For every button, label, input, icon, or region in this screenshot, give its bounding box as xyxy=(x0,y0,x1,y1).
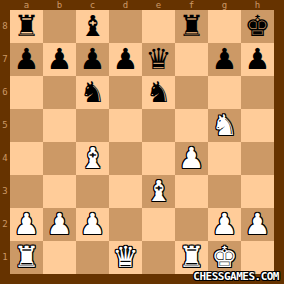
square-b2[interactable]: ♟ xyxy=(43,208,76,241)
square-c8[interactable]: ♝ xyxy=(76,10,109,43)
square-d6[interactable] xyxy=(109,76,142,109)
black-pawn: ♟ xyxy=(80,43,106,76)
square-b8[interactable] xyxy=(43,10,76,43)
square-a6[interactable] xyxy=(10,76,43,109)
square-g8[interactable] xyxy=(208,10,241,43)
white-pawn: ♟ xyxy=(47,208,73,241)
black-knight: ♞ xyxy=(80,76,106,109)
square-f7[interactable] xyxy=(175,43,208,76)
black-bishop: ♝ xyxy=(80,10,106,43)
black-king: ♚ xyxy=(245,10,271,43)
square-a7[interactable]: ♟ xyxy=(10,43,43,76)
square-b3[interactable] xyxy=(43,175,76,208)
rank-label-5: 5 xyxy=(0,109,10,142)
rank-label-7: 7 xyxy=(0,43,10,76)
square-g4[interactable] xyxy=(208,142,241,175)
square-c3[interactable] xyxy=(76,175,109,208)
black-pawn: ♟ xyxy=(245,43,271,76)
square-e4[interactable] xyxy=(142,142,175,175)
square-a5[interactable] xyxy=(10,109,43,142)
square-c4[interactable]: ♝ xyxy=(76,142,109,175)
rank-label-3: 3 xyxy=(0,175,10,208)
square-d2[interactable] xyxy=(109,208,142,241)
watermark: CHESSGAMES.COM xyxy=(193,271,279,283)
file-label-g: g xyxy=(208,0,241,10)
square-e7[interactable]: ♛ xyxy=(142,43,175,76)
square-f3[interactable] xyxy=(175,175,208,208)
white-pawn: ♟ xyxy=(179,142,205,175)
square-e1[interactable] xyxy=(142,241,175,274)
black-pawn: ♟ xyxy=(113,43,139,76)
file-label-e: e xyxy=(142,0,175,10)
square-e6[interactable]: ♞ xyxy=(142,76,175,109)
square-a1[interactable]: ♜ xyxy=(10,241,43,274)
square-b7[interactable]: ♟ xyxy=(43,43,76,76)
rank-label-6: 6 xyxy=(0,76,10,109)
square-a3[interactable] xyxy=(10,175,43,208)
square-a2[interactable]: ♟ xyxy=(10,208,43,241)
square-f8[interactable]: ♜ xyxy=(175,10,208,43)
rank-label-1: 1 xyxy=(0,241,10,274)
white-queen: ♛ xyxy=(113,241,139,274)
square-h7[interactable]: ♟ xyxy=(241,43,274,76)
square-c2[interactable]: ♟ xyxy=(76,208,109,241)
square-h3[interactable] xyxy=(241,175,274,208)
square-e8[interactable] xyxy=(142,10,175,43)
square-g2[interactable]: ♟ xyxy=(208,208,241,241)
rank-labels: 8 7 6 5 4 3 2 1 xyxy=(0,10,10,274)
square-b1[interactable] xyxy=(43,241,76,274)
square-f4[interactable]: ♟ xyxy=(175,142,208,175)
square-d4[interactable] xyxy=(109,142,142,175)
square-f2[interactable] xyxy=(175,208,208,241)
black-rook: ♜ xyxy=(179,10,205,43)
black-queen: ♛ xyxy=(146,43,172,76)
chess-board: ♜♝♜♚♟♟♟♟♛♟♟♞♞♞♝♟♝♟♟♟♟♟♜♛♜♚ xyxy=(10,10,274,274)
square-g7[interactable]: ♟ xyxy=(208,43,241,76)
rank-label-8: 8 xyxy=(0,10,10,43)
file-label-b: b xyxy=(43,0,76,10)
black-knight: ♞ xyxy=(146,76,172,109)
chess-diagram: a b c d e f g h 8 7 6 5 4 3 2 1 ♜♝♜♚♟♟♟♟… xyxy=(0,0,284,284)
square-a4[interactable] xyxy=(10,142,43,175)
square-b6[interactable] xyxy=(43,76,76,109)
square-c6[interactable]: ♞ xyxy=(76,76,109,109)
square-e5[interactable] xyxy=(142,109,175,142)
square-h2[interactable]: ♟ xyxy=(241,208,274,241)
black-pawn: ♟ xyxy=(47,43,73,76)
square-d1[interactable]: ♛ xyxy=(109,241,142,274)
square-c5[interactable] xyxy=(76,109,109,142)
square-g5[interactable]: ♞ xyxy=(208,109,241,142)
black-rook: ♜ xyxy=(14,10,40,43)
white-bishop: ♝ xyxy=(146,175,172,208)
black-pawn: ♟ xyxy=(212,43,238,76)
square-d8[interactable] xyxy=(109,10,142,43)
square-h6[interactable] xyxy=(241,76,274,109)
rank-label-2: 2 xyxy=(0,208,10,241)
white-rook: ♜ xyxy=(14,241,40,274)
white-pawn: ♟ xyxy=(14,208,40,241)
square-f6[interactable] xyxy=(175,76,208,109)
square-c7[interactable]: ♟ xyxy=(76,43,109,76)
square-c1[interactable] xyxy=(76,241,109,274)
square-h5[interactable] xyxy=(241,109,274,142)
square-f5[interactable] xyxy=(175,109,208,142)
square-b5[interactable] xyxy=(43,109,76,142)
white-knight: ♞ xyxy=(212,109,238,142)
file-label-d: d xyxy=(109,0,142,10)
square-d3[interactable] xyxy=(109,175,142,208)
square-h8[interactable]: ♚ xyxy=(241,10,274,43)
square-g6[interactable] xyxy=(208,76,241,109)
square-b4[interactable] xyxy=(43,142,76,175)
file-labels: a b c d e f g h xyxy=(10,0,274,10)
square-d7[interactable]: ♟ xyxy=(109,43,142,76)
white-pawn: ♟ xyxy=(245,208,271,241)
square-h4[interactable] xyxy=(241,142,274,175)
square-e3[interactable]: ♝ xyxy=(142,175,175,208)
white-bishop: ♝ xyxy=(80,142,106,175)
square-e2[interactable] xyxy=(142,208,175,241)
square-d5[interactable] xyxy=(109,109,142,142)
square-g3[interactable] xyxy=(208,175,241,208)
white-pawn: ♟ xyxy=(80,208,106,241)
white-pawn: ♟ xyxy=(212,208,238,241)
black-pawn: ♟ xyxy=(14,43,40,76)
square-a8[interactable]: ♜ xyxy=(10,10,43,43)
rank-label-4: 4 xyxy=(0,142,10,175)
